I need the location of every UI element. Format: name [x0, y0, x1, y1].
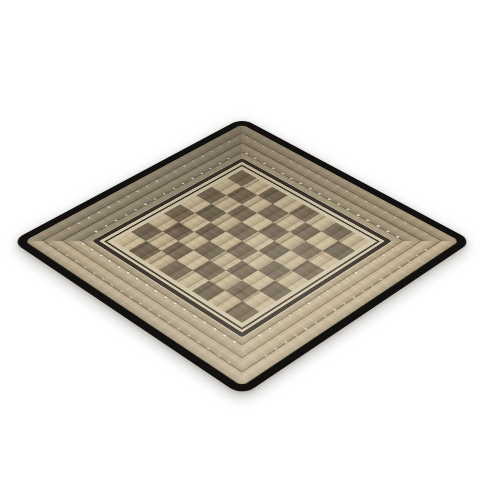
chessboard-mat: [11, 118, 472, 396]
wood-surface: [24, 124, 460, 386]
product-photo: [0, 0, 480, 480]
